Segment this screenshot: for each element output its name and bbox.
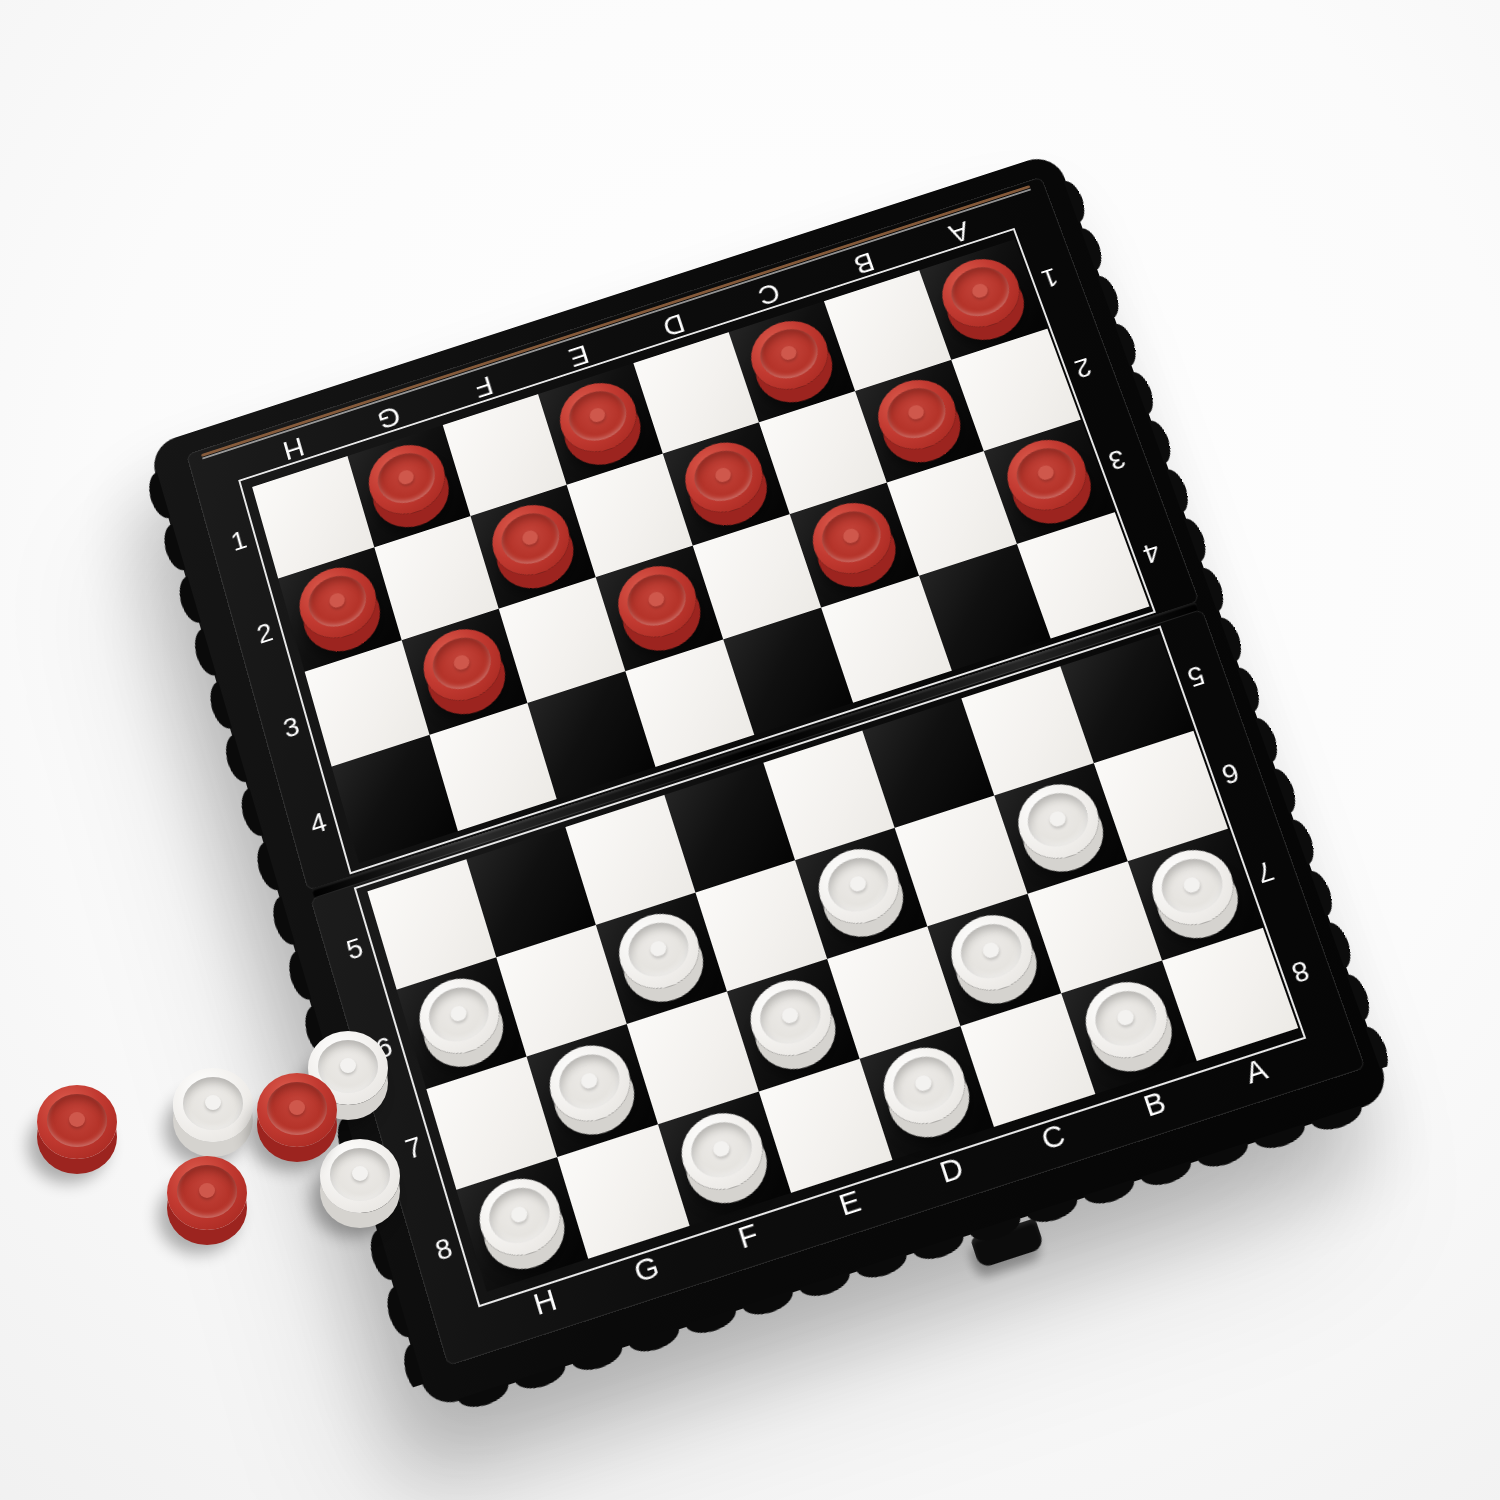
red-checker-E3[interactable] (609, 556, 705, 647)
loose-white-checker-1[interactable] (173, 1068, 253, 1142)
white-checker-D8[interactable] (874, 1037, 975, 1134)
white-checker-G7[interactable] (540, 1035, 639, 1131)
white-checker-E7[interactable] (741, 970, 841, 1066)
white-checker-A7[interactable] (1142, 840, 1244, 936)
white-checker-B6[interactable] (1008, 774, 1109, 869)
red-checker-C3[interactable] (803, 493, 901, 584)
loose-red-checker-5[interactable] (257, 1073, 337, 1147)
red-checker-G1[interactable] (360, 435, 453, 524)
red-checker-D2[interactable] (676, 433, 772, 522)
white-checker-C7[interactable] (941, 905, 1042, 1001)
red-checker-G3[interactable] (415, 619, 510, 710)
white-checker-B8[interactable] (1075, 972, 1177, 1069)
red-checker-E1[interactable] (551, 373, 645, 461)
red-checker-A1[interactable] (933, 249, 1030, 336)
case-clasp[interactable] (970, 1218, 1045, 1269)
loose-red-checker-6[interactable] (167, 1156, 247, 1230)
white-checker-F8[interactable] (672, 1103, 772, 1200)
loose-red-checker-4[interactable] (37, 1085, 117, 1159)
red-checker-A3[interactable] (997, 430, 1096, 520)
white-checker-H8[interactable] (470, 1168, 570, 1266)
red-checker-F2[interactable] (484, 495, 579, 585)
red-checker-B2[interactable] (868, 370, 965, 459)
product-photo: { "game": "checkers (draughts), 8x8 fold… (0, 0, 1500, 1500)
red-checker-C1[interactable] (742, 311, 837, 399)
white-checker-F6[interactable] (610, 904, 709, 999)
white-checker-H6[interactable] (410, 968, 508, 1064)
white-checker-D6[interactable] (809, 839, 909, 934)
loose-white-checker-3[interactable] (320, 1139, 400, 1213)
red-checker-H2[interactable] (291, 558, 384, 648)
